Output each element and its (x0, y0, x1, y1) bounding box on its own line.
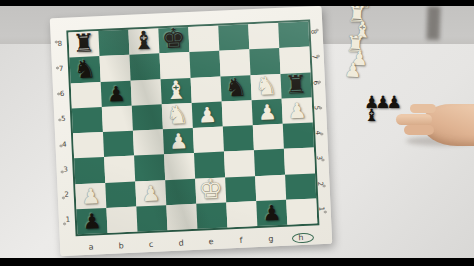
square-f5 (222, 100, 253, 127)
square-e8 (188, 26, 219, 53)
square-b4 (103, 131, 134, 158)
file-label-c: c (136, 239, 166, 249)
square-g5: ♟ (252, 99, 283, 126)
square-a5 (72, 107, 103, 134)
square-c6 (131, 79, 162, 106)
square-f2 (225, 176, 256, 203)
rank-label-8: 8 (54, 31, 65, 57)
rank-label-6: 6 (57, 81, 68, 107)
rank-label-3: 3 (307, 153, 333, 164)
square-c2: ♟ (135, 180, 166, 207)
white-N-d5: ♞ (165, 102, 189, 128)
captured-white-R: ♜ (347, 3, 374, 26)
square-d7 (159, 52, 190, 79)
square-f1 (226, 201, 257, 228)
square-g2 (255, 174, 286, 201)
square-e4 (193, 127, 224, 154)
letterbox-bar-top (0, 0, 474, 6)
captured-black-P: ♟ (364, 94, 379, 111)
square-c7 (129, 54, 160, 81)
captured-black-P: ♟ (375, 94, 390, 111)
rank-label-4: 4 (305, 127, 331, 138)
square-a6 (71, 82, 102, 109)
rank-label-8: 8 (301, 26, 327, 37)
square-c3 (134, 154, 165, 181)
square-e3 (194, 152, 225, 179)
white-P-a2: ♟ (81, 186, 101, 208)
square-b7 (100, 55, 131, 82)
square-b3 (104, 156, 135, 183)
hand-finger (404, 125, 434, 135)
rank-label-5: 5 (58, 106, 69, 132)
black-P-a1: ♟ (82, 211, 102, 233)
square-f4 (223, 125, 254, 152)
square-b8 (98, 30, 129, 57)
square-a4 (73, 132, 104, 159)
rank-label-7: 7 (302, 52, 328, 63)
captured-white-P: ♟ (344, 60, 371, 80)
square-d5: ♞ (162, 103, 193, 130)
white-B-d6: ♝ (164, 77, 188, 103)
board-logo (292, 233, 314, 244)
square-f8 (218, 24, 249, 51)
rank-label-6: 6 (303, 77, 329, 88)
black-P-b6: ♟ (106, 84, 126, 106)
square-c4 (133, 129, 164, 156)
square-g4 (253, 124, 284, 151)
square-d4: ♟ (163, 128, 194, 155)
white-P-e5: ♟ (197, 105, 217, 127)
chess-board: ♜♝♚♞♟♝♞♞♜♞♟♟♟♟♟♟♚♟♟ 87654321 87654321 ab… (50, 6, 333, 256)
hand-index-finger (396, 114, 432, 125)
square-a2: ♟ (75, 182, 106, 209)
player-hand (396, 96, 474, 148)
rank-label-5: 5 (304, 102, 330, 113)
square-a7: ♞ (70, 56, 101, 83)
square-b6: ♟ (101, 80, 132, 107)
square-b2 (105, 181, 136, 208)
file-label-d: d (166, 238, 196, 248)
square-d6: ♝ (161, 77, 192, 104)
captured-black-B: ♝ (364, 107, 379, 124)
square-e1 (196, 202, 227, 229)
square-c1 (136, 205, 167, 232)
board-grid: ♜♝♚♞♟♝♞♞♜♞♟♟♟♟♟♟♚♟♟ (66, 19, 319, 236)
file-label-g: g (256, 234, 286, 244)
letterbox-bar-bottom (0, 258, 474, 266)
black-R-a8: ♜ (72, 31, 96, 57)
file-label-e: e (196, 237, 226, 247)
white-K-e2: ♚ (198, 174, 223, 202)
white-P-d4: ♟ (169, 131, 189, 153)
file-label-a: a (76, 242, 106, 252)
square-e2: ♚ (195, 177, 226, 204)
black-P-g1: ♟ (262, 203, 282, 225)
hand-finger (410, 104, 436, 113)
square-e6 (191, 76, 222, 103)
captured-white-R: ♜ (345, 33, 372, 56)
square-f6: ♞ (221, 75, 252, 102)
square-g1: ♟ (256, 200, 287, 227)
captured-white-pieces-tray: ♛♜♝♜♟♟ (344, 0, 374, 81)
black-N-a7: ♞ (73, 56, 97, 82)
file-label-f: f (226, 235, 256, 245)
square-a8: ♜ (68, 31, 99, 58)
rank-label-1: 1 (309, 203, 335, 214)
square-c5 (132, 104, 163, 131)
rank-label-2: 2 (61, 182, 72, 208)
white-P-g5: ♟ (257, 102, 277, 124)
square-b5 (102, 105, 133, 132)
captured-white-B: ♝ (352, 19, 373, 42)
black-K-d8: ♚ (161, 24, 186, 52)
white-P-c2: ♟ (141, 183, 161, 205)
square-e7 (189, 51, 220, 78)
square-d1 (166, 204, 197, 231)
square-g3 (254, 149, 285, 176)
rank-label-7: 7 (55, 56, 66, 82)
square-d8: ♚ (158, 27, 189, 54)
square-d3 (164, 153, 195, 180)
square-c8: ♝ (128, 28, 159, 55)
square-f7 (219, 50, 250, 77)
square-d2 (165, 178, 196, 205)
background-table-leg (426, 6, 440, 40)
square-b1 (106, 206, 137, 233)
rank-label-3: 3 (60, 157, 71, 183)
file-label-b: b (106, 241, 136, 251)
white-N-g6: ♞ (254, 73, 278, 99)
rank-label-4: 4 (59, 132, 70, 158)
captured-white-P: ♟ (350, 49, 371, 69)
square-g8 (248, 23, 279, 50)
square-g6: ♞ (251, 73, 282, 100)
square-g7 (249, 48, 280, 75)
black-B-c8: ♝ (132, 28, 156, 54)
square-e5: ♟ (192, 101, 223, 128)
square-a1: ♟ (76, 208, 107, 235)
rank-label-1: 1 (62, 207, 73, 233)
black-N-f6: ♞ (224, 74, 248, 100)
rank-label-2: 2 (308, 178, 334, 189)
square-a3 (74, 157, 105, 184)
square-f3 (224, 150, 255, 177)
